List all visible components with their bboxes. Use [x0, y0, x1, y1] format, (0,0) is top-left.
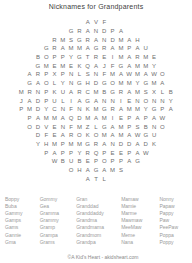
grid-cell: [34, 148, 42, 157]
word-list-column: BoppyBubaGammyGampsGamsGannieGma: [5, 196, 23, 246]
grid-cell: U: [150, 131, 158, 140]
grid-cell: M: [75, 44, 83, 53]
grid-cell: E: [84, 157, 92, 166]
grid-cell: P: [42, 70, 50, 79]
grid-cell: A: [158, 79, 166, 88]
grid-cell: [17, 148, 25, 157]
grid-cell: P: [42, 96, 50, 105]
grid-cell: G: [142, 79, 150, 88]
grid-cell: L: [75, 70, 83, 79]
grid-cell: [167, 79, 175, 88]
grid-cell: [158, 174, 166, 183]
word-list-item: Grandmom: [76, 232, 104, 239]
grid-cell: L: [50, 79, 58, 88]
grid-cell: F: [42, 131, 50, 140]
word-list-item: Grams: [40, 239, 59, 246]
grid-cell: [75, 18, 83, 27]
grid-cell: [158, 140, 166, 149]
grid-cell: P: [125, 44, 133, 53]
grid-cell: [25, 140, 33, 149]
word-list-item: Poppy: [159, 239, 178, 246]
grid-cell: R: [50, 44, 58, 53]
grid-cell: M: [42, 114, 50, 123]
grid-cell: [150, 35, 158, 44]
grid-cell: [17, 140, 25, 149]
grid-cell: K: [75, 61, 83, 70]
grid-cell: [167, 131, 175, 140]
grid-cell: M: [67, 140, 75, 149]
grid-cell: [25, 148, 33, 157]
grid-cell: M: [133, 105, 141, 114]
grid-cell: G: [92, 166, 100, 175]
grid-cell: A: [59, 114, 67, 123]
grid-cell: [59, 166, 67, 175]
word-list-item: Buba: [5, 203, 23, 210]
grid-cell: N: [59, 105, 67, 114]
grid-cell: R: [67, 131, 75, 140]
grid-cell: R: [75, 27, 83, 36]
grid-cell: A: [133, 114, 141, 123]
grid-cell: W: [50, 157, 58, 166]
grid-cell: M: [117, 35, 125, 44]
grid-cell: [17, 35, 25, 44]
grid-cell: [142, 174, 150, 183]
word-list-item: Gannie: [5, 232, 23, 239]
grid-cell: B: [100, 88, 108, 97]
grid-cell: N: [100, 35, 108, 44]
word-list-item: Papaw: [159, 203, 178, 210]
grid-cell: [50, 174, 58, 183]
word-list-column: GranGranddadGranddaddyGrandmaGrandmamaGr…: [76, 196, 104, 246]
grid-cell: Y: [67, 53, 75, 62]
grid-cell: P: [125, 114, 133, 123]
grid-cell: D: [34, 122, 42, 131]
word-list-item: Granddaddy: [76, 210, 104, 217]
grid-cell: [25, 174, 33, 183]
grid-cell: G: [42, 44, 50, 53]
grid-cell: X: [150, 88, 158, 97]
grid-cell: [25, 131, 33, 140]
grid-cell: M: [142, 53, 150, 62]
grid-cell: Q: [92, 148, 100, 157]
grid-cell: W: [158, 114, 166, 123]
grid-cell: N: [133, 96, 141, 105]
grid-cell: [133, 27, 141, 36]
grid-cell: S: [67, 35, 75, 44]
grid-cell: [67, 18, 75, 27]
word-list-column: NonnyPapawPappyPawPeePawPoppaPoppy: [159, 196, 178, 246]
grid-cell: A: [84, 44, 92, 53]
grid-cell: N: [67, 79, 75, 88]
grid-cell: H: [42, 140, 50, 149]
grid-cell: O: [108, 79, 116, 88]
grid-cell: [17, 53, 25, 62]
grid-cell: [42, 18, 50, 27]
grid-cell: G: [75, 35, 83, 44]
grid-cell: O: [67, 166, 75, 175]
grid-cell: P: [125, 148, 133, 157]
grid-cell: [108, 174, 116, 183]
grid-cell: [34, 157, 42, 166]
grid-cell: N: [150, 122, 158, 131]
grid-cell: A: [100, 166, 108, 175]
grid-cell: [167, 61, 175, 70]
grid-cell: [167, 157, 175, 166]
grid-cell: B: [34, 53, 42, 62]
grid-cell: H: [75, 166, 83, 175]
grid-cell: K: [84, 105, 92, 114]
grid-cell: O: [100, 157, 108, 166]
grid-cell: D: [34, 96, 42, 105]
grid-cell: A: [59, 44, 67, 53]
grid-cell: Y: [75, 148, 83, 157]
grid-cell: G: [84, 140, 92, 149]
grid-cell: [125, 174, 133, 183]
grid-cell: [133, 166, 141, 175]
grid-cell: [17, 61, 25, 70]
grid-cell: [59, 18, 67, 27]
grid-cell: B: [167, 88, 175, 97]
grid-cell: [158, 53, 166, 62]
grid-cell: [150, 166, 158, 175]
grid-cell: P: [25, 114, 33, 123]
word-list-item: Mawmaw: [121, 217, 142, 224]
grid-cell: P: [59, 140, 67, 149]
grid-cell: [142, 166, 150, 175]
grid-cell: [167, 174, 175, 183]
word-list-item: Granddad: [76, 203, 104, 210]
grid-cell: R: [25, 88, 33, 97]
grid-cell: D: [142, 140, 150, 149]
grid-cell: [158, 148, 166, 157]
grid-cell: M: [117, 53, 125, 62]
grid-cell: G: [84, 96, 92, 105]
grid-cell: [167, 53, 175, 62]
grid-cell: [142, 157, 150, 166]
word-grid: AVFGRANDPARMSGRANDMAHGRAMMAGRAMPAUBOPPYG…: [0, 18, 192, 183]
grid-cell: [158, 61, 166, 70]
grid-cell: [167, 70, 175, 79]
word-list-item: Marme: [121, 210, 142, 217]
grid-cell: [158, 35, 166, 44]
grid-cell: D: [75, 114, 83, 123]
grid-cell: W: [142, 148, 150, 157]
grid-cell: M: [84, 114, 92, 123]
word-list-item: Grandmama: [76, 224, 104, 231]
word-list-item: Nana: [121, 239, 142, 246]
grid-cell: [17, 114, 25, 123]
grid-cell: [34, 174, 42, 183]
grid-cell: D: [108, 35, 116, 44]
grid-cell: M: [117, 131, 125, 140]
grid-cell: [125, 18, 133, 27]
grid-cell: [25, 18, 33, 27]
grid-cell: A: [125, 88, 133, 97]
grid-cell: R: [108, 105, 116, 114]
grid-cell: R: [84, 148, 92, 157]
grid-cell: P: [59, 53, 67, 62]
grid-cell: M: [17, 88, 25, 97]
grid-cell: [17, 18, 25, 27]
grid-cell: P: [42, 148, 50, 157]
grid-cell: E: [100, 53, 108, 62]
grid-cell: A: [108, 122, 116, 131]
grid-cell: [167, 114, 175, 123]
grid-cell: [142, 35, 150, 44]
grid-cell: A: [133, 44, 141, 53]
word-list-item: Gramma: [40, 210, 59, 217]
word-list-item: MeeMaw: [121, 224, 142, 231]
grid-cell: O: [75, 131, 83, 140]
grid-cell: M: [108, 166, 116, 175]
grid-cell: G: [117, 61, 125, 70]
grid-cell: L: [158, 88, 166, 97]
grid-cell: J: [100, 61, 108, 70]
grid-cell: S: [133, 122, 141, 131]
grid-cell: N: [34, 88, 42, 97]
grid-cell: A: [59, 131, 67, 140]
grid-cell: E: [50, 61, 58, 70]
grid-cell: C: [50, 105, 58, 114]
grid-cell: Y: [167, 96, 175, 105]
grid-cell: A: [150, 114, 158, 123]
grid-cell: A: [25, 96, 33, 105]
grid-cell: R: [84, 35, 92, 44]
grid-cell: P: [108, 157, 116, 166]
grid-cell: A: [117, 27, 125, 36]
grid-cell: F: [100, 18, 108, 27]
grid-cell: A: [67, 88, 75, 97]
grid-cell: A: [125, 35, 133, 44]
grid-cell: P: [158, 105, 166, 114]
grid-cell: G: [100, 122, 108, 131]
grid-cell: B: [75, 157, 83, 166]
grid-cell: E: [125, 96, 133, 105]
grid-cell: D: [92, 79, 100, 88]
grid-cell: [42, 35, 50, 44]
grid-cell: [150, 27, 158, 36]
grid-cell: P: [59, 148, 67, 157]
grid-cell: [158, 18, 166, 27]
grid-cell: A: [34, 114, 42, 123]
word-list-column: MamawMamieMarmeMawmawMeeMawMemeNana: [121, 196, 142, 246]
grid-cell: C: [84, 88, 92, 97]
grid-cell: [25, 27, 33, 36]
grid-cell: Y: [142, 105, 150, 114]
word-list-item: Gramp: [40, 224, 59, 231]
grid-cell: [125, 166, 133, 175]
grid-cell: P: [100, 148, 108, 157]
grid-cell: [133, 174, 141, 183]
puzzle-title: Nicknames for Grandparents: [0, 0, 192, 10]
word-list-item: Gma: [5, 239, 23, 246]
grid-cell: [34, 35, 42, 44]
grid-cell: [34, 18, 42, 27]
grid-cell: [50, 18, 58, 27]
grid-cell: A: [84, 18, 92, 27]
grid-cell: G: [100, 105, 108, 114]
grid-cell: V: [42, 122, 50, 131]
word-list-column: GommyGeaGrammaGrammyGrampGrampaGrams: [40, 196, 59, 246]
grid-cell: [167, 18, 175, 27]
grid-cell: [17, 131, 25, 140]
grid-cell: M: [125, 79, 133, 88]
grid-cell: A: [25, 70, 33, 79]
grid-cell: [150, 174, 158, 183]
grid-cell: M: [25, 105, 33, 114]
grid-cell: M: [117, 44, 125, 53]
grid-cell: D: [117, 140, 125, 149]
grid-cell: M: [133, 61, 141, 70]
grid-cell: R: [92, 53, 100, 62]
grid-cell: M: [59, 61, 67, 70]
grid-cell: N: [67, 70, 75, 79]
grid-cell: M: [67, 44, 75, 53]
grid-cell: B: [59, 157, 67, 166]
grid-cell: G: [142, 131, 150, 140]
grid-cell: M: [42, 61, 50, 70]
grid-cell: M: [117, 79, 125, 88]
grid-cell: E: [67, 61, 75, 70]
grid-cell: S: [142, 88, 150, 97]
grid-cell: I: [117, 96, 125, 105]
grid-cell: Y: [59, 79, 67, 88]
grid-cell: U: [142, 44, 150, 53]
grid-cell: [17, 44, 25, 53]
grid-cell: [17, 70, 25, 79]
grid-cell: M: [100, 131, 108, 140]
grid-cell: I: [67, 96, 75, 105]
grid-cell: A: [92, 35, 100, 44]
word-list: BoppyBubaGammyGampsGamsGannieGmaGommyGea…: [0, 183, 192, 246]
grid-cell: [158, 166, 166, 175]
grid-cell: M: [100, 114, 108, 123]
grid-cell: D: [125, 140, 133, 149]
grid-cell: A: [125, 157, 133, 166]
grid-cell: A: [92, 96, 100, 105]
grid-cell: [158, 131, 166, 140]
grid-cell: [117, 174, 125, 183]
grid-cell: A: [117, 70, 125, 79]
grid-cell: K: [84, 131, 92, 140]
grid-cell: A: [125, 61, 133, 70]
grid-cell: P: [108, 27, 116, 36]
grid-cell: R: [117, 88, 125, 97]
grid-cell: U: [67, 157, 75, 166]
grid-cell: [34, 44, 42, 53]
word-list-item: Poppa: [159, 232, 178, 239]
grid-cell: T: [84, 53, 92, 62]
word-list-item: Gea: [40, 203, 59, 210]
word-list-item: Boppy: [5, 196, 23, 203]
grid-cell: P: [42, 88, 50, 97]
grid-cell: [42, 174, 50, 183]
grid-cell: P: [17, 105, 25, 114]
grid-cell: [17, 27, 25, 36]
grid-cell: Y: [34, 140, 42, 149]
grid-cell: [167, 122, 175, 131]
grid-cell: [150, 148, 158, 157]
grid-cell: [25, 157, 33, 166]
grid-cell: P: [59, 70, 67, 79]
grid-cell: P: [67, 148, 75, 157]
grid-cell: [17, 157, 25, 166]
grid-cell: P: [117, 157, 125, 166]
grid-cell: A: [108, 131, 116, 140]
grid-cell: [158, 44, 166, 53]
grid-cell: F: [100, 70, 108, 79]
grid-cell: G: [108, 88, 116, 97]
grid-cell: [167, 44, 175, 53]
grid-cell: D: [100, 27, 108, 36]
grid-cell: A: [133, 140, 141, 149]
grid-cell: [25, 166, 33, 175]
grid-cell: [75, 174, 83, 183]
grid-cell: R: [75, 88, 83, 97]
grid-cell: W: [125, 70, 133, 79]
grid-cell: M: [59, 35, 67, 44]
word-list-item: Gran: [76, 196, 104, 203]
grid-cell: O: [42, 79, 50, 88]
grid-cell: Y: [42, 105, 50, 114]
grid-cell: O: [158, 122, 166, 131]
grid-cell: P: [50, 53, 58, 62]
grid-cell: [108, 18, 116, 27]
grid-cell: M: [92, 88, 100, 97]
grid-cell: L: [92, 122, 100, 131]
grid-cell: N: [75, 105, 83, 114]
grid-cell: [25, 61, 33, 70]
grid-cell: A: [34, 79, 42, 88]
grid-cell: E: [50, 131, 58, 140]
grid-cell: [17, 166, 25, 175]
grid-cell: M: [50, 140, 58, 149]
grid-cell: P: [125, 122, 133, 131]
grid-cell: [50, 166, 58, 175]
grid-cell: M: [108, 70, 116, 79]
grid-cell: N: [158, 96, 166, 105]
grid-cell: A: [117, 105, 125, 114]
grid-cell: [142, 18, 150, 27]
word-list-item: Gommy: [40, 196, 59, 203]
grid-cell: G: [100, 79, 108, 88]
grid-cell: O: [142, 96, 150, 105]
word-list-item: Nonny: [159, 196, 178, 203]
grid-cell: M: [75, 140, 83, 149]
grid-cell: E: [50, 122, 58, 131]
grid-cell: M: [133, 70, 141, 79]
grid-cell: U: [50, 96, 58, 105]
grid-cell: [150, 157, 158, 166]
grid-cell: [34, 27, 42, 36]
grid-cell: I: [108, 114, 116, 123]
grid-cell: A: [50, 148, 58, 157]
grid-cell: [117, 18, 125, 27]
grid-cell: H: [84, 79, 92, 88]
grid-cell: [167, 148, 175, 157]
grid-cell: M: [150, 79, 158, 88]
grid-cell: [158, 157, 166, 166]
grid-cell: Z: [84, 122, 92, 131]
grid-cell: G: [75, 79, 83, 88]
grid-cell: [59, 27, 67, 36]
grid-cell: G: [150, 105, 158, 114]
grid-cell: [25, 53, 33, 62]
grid-cell: O: [92, 131, 100, 140]
grid-cell: A: [108, 44, 116, 53]
word-list-item: Gams: [5, 224, 23, 231]
grid-cell: [150, 18, 158, 27]
